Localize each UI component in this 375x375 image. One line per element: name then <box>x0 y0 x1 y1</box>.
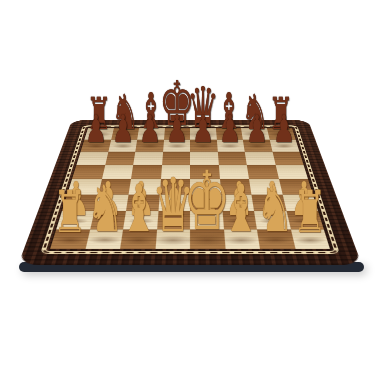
square-b3 <box>94 194 129 211</box>
square-h1 <box>290 229 330 249</box>
square-c1 <box>120 229 157 249</box>
square-b8 <box>111 128 139 139</box>
square-a8 <box>84 128 113 139</box>
square-b7 <box>108 139 137 151</box>
square-c8 <box>137 128 164 139</box>
square-h3 <box>282 194 318 211</box>
square-g2 <box>254 211 290 229</box>
square-a4 <box>67 179 101 194</box>
square-d1 <box>155 229 190 249</box>
square-d2 <box>157 211 190 229</box>
square-g4 <box>249 179 282 194</box>
square-f3 <box>221 194 254 211</box>
square-c2 <box>123 211 158 229</box>
square-b2 <box>90 211 126 229</box>
square-h8 <box>266 128 295 139</box>
square-f7 <box>216 139 244 151</box>
square-c6 <box>133 152 162 165</box>
square-f6 <box>217 152 246 165</box>
square-g3 <box>251 194 286 211</box>
chess-board <box>18 120 362 265</box>
square-d5 <box>161 165 191 179</box>
square-g1 <box>257 229 295 249</box>
square-d8 <box>164 128 190 139</box>
square-f8 <box>215 128 242 139</box>
square-h4 <box>279 179 313 194</box>
square-f5 <box>218 165 249 179</box>
chess-set-photo: ♜♞♝♚♛♝♞♜♟♟♟♟♟♟♟♟♟♟♟♟♟♟♟♟♜♞♝♛♚♝♞♜ <box>0 0 375 375</box>
square-e3 <box>190 194 222 211</box>
square-d4 <box>159 179 190 194</box>
square-e8 <box>190 128 216 139</box>
square-g7 <box>243 139 272 151</box>
square-b5 <box>102 165 134 179</box>
square-d3 <box>158 194 190 211</box>
square-c3 <box>126 194 159 211</box>
square-c4 <box>129 179 161 194</box>
square-b1 <box>85 229 123 249</box>
square-c5 <box>131 165 162 179</box>
square-d6 <box>162 152 190 165</box>
square-a7 <box>81 139 111 151</box>
square-f4 <box>220 179 252 194</box>
board-grid <box>50 128 330 249</box>
square-h2 <box>286 211 324 229</box>
square-h5 <box>275 165 308 179</box>
square-g6 <box>245 152 275 165</box>
square-a2 <box>56 211 94 229</box>
square-b6 <box>105 152 135 165</box>
square-c7 <box>135 139 163 151</box>
square-h7 <box>269 139 299 151</box>
square-d7 <box>163 139 190 151</box>
square-e6 <box>190 152 218 165</box>
square-h6 <box>272 152 303 165</box>
square-e4 <box>190 179 221 194</box>
square-b4 <box>98 179 131 194</box>
square-f1 <box>223 229 260 249</box>
square-a5 <box>72 165 105 179</box>
square-f2 <box>222 211 257 229</box>
square-e2 <box>190 211 223 229</box>
square-e1 <box>190 229 225 249</box>
square-g8 <box>241 128 269 139</box>
square-a1 <box>50 229 90 249</box>
square-a3 <box>62 194 98 211</box>
square-e7 <box>190 139 217 151</box>
square-e5 <box>190 165 220 179</box>
square-g5 <box>247 165 279 179</box>
square-a6 <box>76 152 107 165</box>
